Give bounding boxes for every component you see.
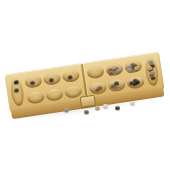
pit-bottom-5[interactable]: [108, 78, 127, 92]
loose-stone-brown: [84, 110, 89, 114]
loose-stone-cream: [130, 101, 135, 105]
pit-top-2[interactable]: [43, 72, 62, 86]
pit-top-1[interactable]: [24, 74, 43, 88]
pit-bottom-4[interactable]: [89, 81, 108, 95]
pit-top-3[interactable]: [62, 69, 81, 83]
stone-brown: [98, 85, 104, 90]
stone-dark: [14, 88, 20, 93]
stone-tan: [147, 65, 153, 70]
photo-scene: [0, 0, 170, 180]
stone-dark: [67, 75, 73, 80]
store-right[interactable]: [144, 57, 160, 86]
stone-dark: [48, 78, 54, 83]
stone-gray: [115, 69, 121, 74]
stone-dark: [29, 81, 35, 86]
loose-stone-gray: [64, 108, 69, 112]
stone-gray: [127, 68, 133, 73]
clasp-latch: [80, 95, 96, 108]
stone-dark: [150, 75, 156, 80]
stone-black: [13, 80, 19, 85]
pit-top-4[interactable]: [86, 65, 105, 79]
pit-bottom-1[interactable]: [26, 90, 45, 104]
pit-top-5[interactable]: [105, 62, 124, 76]
pit-bottom-2[interactable]: [45, 87, 64, 101]
loose-stone-tan: [95, 106, 100, 110]
loose-stone-dark: [115, 106, 120, 110]
pit-top-6[interactable]: [124, 59, 143, 73]
stone-tan: [134, 66, 140, 71]
stone-brown: [108, 71, 114, 76]
pit-bottom-6[interactable]: [126, 75, 145, 89]
store-left[interactable]: [9, 77, 25, 106]
loose-stone-cream: [103, 104, 108, 108]
